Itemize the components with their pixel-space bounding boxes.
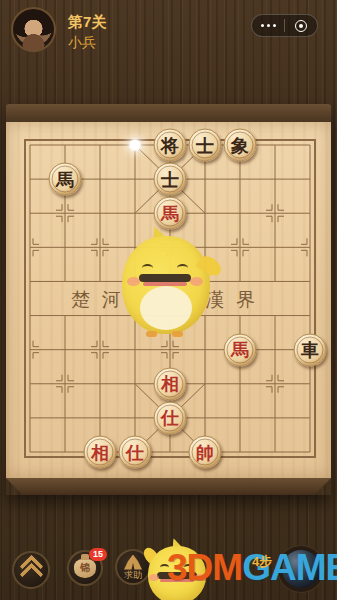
piece-士-black[interactable]: 士: [189, 129, 222, 162]
steps-counter: 4步: [252, 553, 272, 571]
more-menu-button[interactable]: [252, 15, 284, 36]
piece-相-red[interactable]: 相: [154, 367, 187, 400]
piece-象-black[interactable]: 象: [224, 129, 257, 162]
piece-馬-red[interactable]: 馬: [154, 197, 187, 230]
piece-glyph: 車: [301, 341, 319, 359]
more-dots-icon: [261, 24, 276, 27]
piece-相-red[interactable]: 相: [84, 436, 117, 469]
avatar[interactable]: [11, 7, 56, 52]
last-move-marker: [130, 140, 140, 150]
piece-馬-black[interactable]: 馬: [49, 163, 82, 196]
miniprogram-capsule: [251, 14, 318, 37]
chick-blush-left: [149, 574, 159, 581]
hint-bag-button[interactable]: 锦 15: [67, 550, 103, 586]
piece-仕-red[interactable]: 仕: [154, 401, 187, 434]
help-label: 求助: [124, 571, 142, 580]
hint-count-badge: 15: [89, 548, 107, 561]
close-minimize-button[interactable]: [285, 15, 317, 36]
piece-帥-red[interactable]: 帥: [189, 436, 222, 469]
piece-glyph: 馬: [56, 170, 74, 188]
piece-glyph: 象: [231, 136, 249, 154]
collapse-button[interactable]: [12, 551, 50, 589]
target-icon: [295, 20, 307, 32]
piece-glyph: 相: [91, 443, 109, 461]
piece-glyph: 士: [161, 170, 179, 188]
piece-glyph: 仕: [161, 409, 179, 427]
piece-車-black[interactable]: 車: [294, 333, 327, 366]
praying-hands-icon: [124, 555, 142, 570]
piece-将-black[interactable]: 将: [154, 129, 187, 162]
piece-glyph: 将: [161, 136, 179, 154]
board: 楚河 漢界 将士象馬士馬馬車相仕相仕帥: [0, 104, 337, 494]
level-title: 第7关: [68, 13, 106, 32]
watermark-3dm: 3DM: [167, 547, 242, 588]
piece-glyph: 馬: [161, 204, 179, 222]
piece-glyph: 士: [196, 136, 214, 154]
money-bag-icon: 锦: [74, 559, 96, 578]
piece-glyph: 相: [161, 375, 179, 393]
pieces-layer: 将士象馬士馬馬車相仕相仕帥: [0, 104, 337, 494]
piece-glyph: 馬: [231, 341, 249, 359]
piece-glyph: 仕: [126, 443, 144, 461]
piece-仕-red[interactable]: 仕: [119, 436, 152, 469]
piece-士-black[interactable]: 士: [154, 163, 187, 196]
app-screen: 第7关 小兵 楚河 漢界: [0, 0, 337, 600]
piece-glyph: 帥: [196, 443, 214, 461]
player-rank-label: 小兵: [68, 34, 96, 52]
piece-馬-red[interactable]: 馬: [224, 333, 257, 366]
